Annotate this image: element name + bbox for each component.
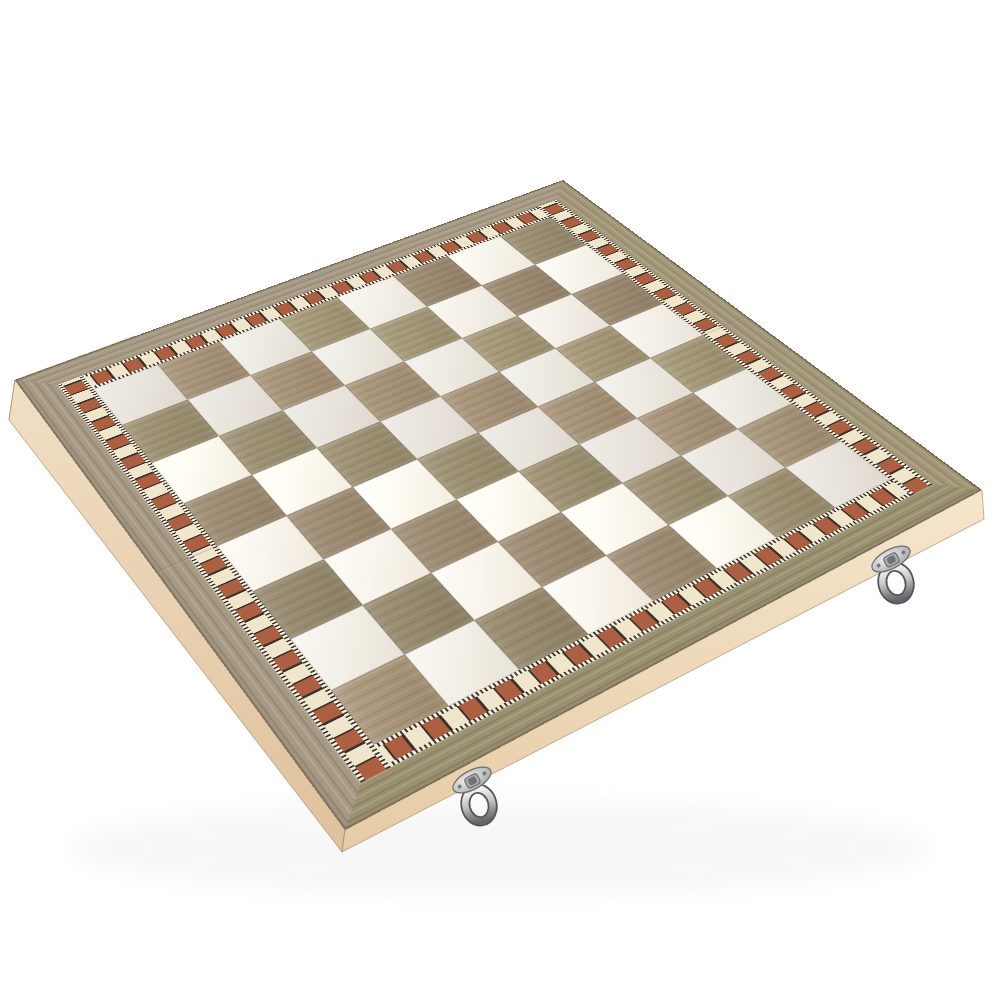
latch-clasp-icon [868, 541, 914, 603]
hardware-layer [0, 0, 1001, 1001]
product-photo-scene [0, 0, 1001, 1001]
latch-clasp-icon [449, 762, 496, 825]
